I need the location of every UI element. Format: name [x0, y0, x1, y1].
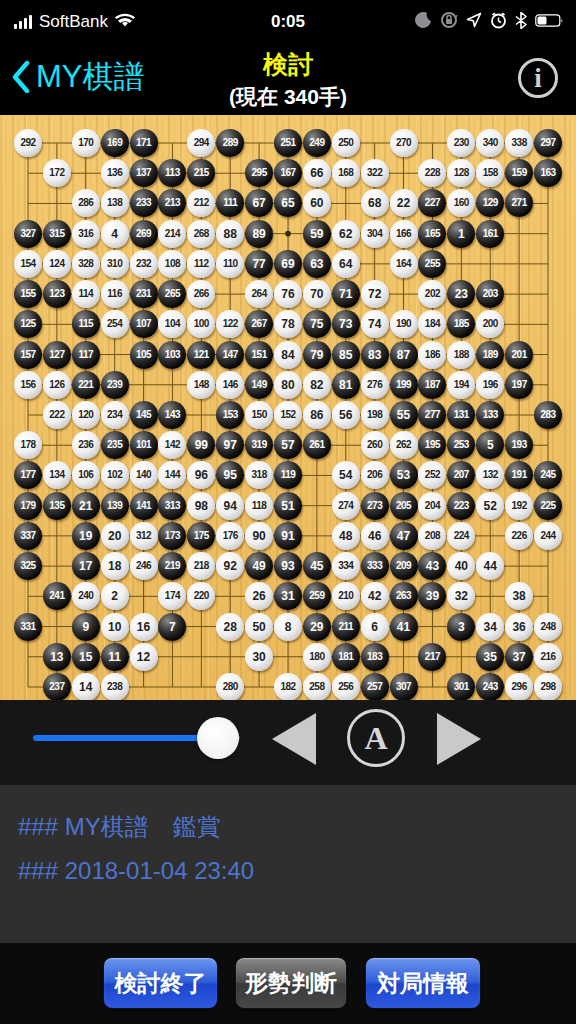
- stone-W188: 188: [447, 341, 475, 369]
- stone-B21: 21: [72, 492, 100, 520]
- stone-B11: 11: [101, 643, 129, 671]
- stone-B327: 327: [14, 220, 42, 248]
- stone-B179: 179: [14, 492, 42, 520]
- stone-B101: 101: [130, 431, 158, 459]
- stone-B199: 199: [390, 371, 418, 399]
- stone-B223: 223: [447, 492, 475, 520]
- stone-W190: 190: [390, 310, 418, 338]
- previous-move-button[interactable]: [272, 713, 316, 765]
- stone-W48: 48: [332, 522, 360, 550]
- stone-W236: 236: [72, 431, 100, 459]
- stone-B209: 209: [390, 552, 418, 580]
- comment-line-2: ### 2018-01-04 23:40: [18, 857, 254, 885]
- stone-B269: 269: [130, 220, 158, 248]
- stone-W20: 20: [101, 522, 129, 550]
- stone-B17: 17: [72, 552, 100, 580]
- stone-W154: 154: [14, 250, 42, 278]
- page-title: 検討: [0, 48, 576, 81]
- stone-B251: 251: [274, 129, 302, 157]
- stone-W82: 82: [303, 371, 331, 399]
- stone-W268: 268: [187, 220, 215, 248]
- stone-B51: 51: [274, 492, 302, 520]
- stone-B283: 283: [534, 401, 562, 429]
- stone-W8: 8: [274, 613, 302, 641]
- stone-W30: 30: [245, 643, 273, 671]
- stone-W194: 194: [447, 371, 475, 399]
- stone-W72: 72: [361, 280, 389, 308]
- autoplay-button[interactable]: A: [347, 709, 405, 767]
- stone-W136: 136: [101, 159, 129, 187]
- stone-B59: 59: [303, 220, 331, 248]
- stone-B121: 121: [187, 341, 215, 369]
- stone-B85: 85: [332, 341, 360, 369]
- stone-W170: 170: [72, 129, 100, 157]
- stone-B315: 315: [43, 220, 71, 248]
- stone-W192: 192: [505, 492, 533, 520]
- stone-B53: 53: [390, 461, 418, 489]
- stone-B139: 139: [101, 492, 129, 520]
- stone-W210: 210: [332, 582, 360, 610]
- stone-B145: 145: [130, 401, 158, 429]
- stone-W42: 42: [361, 582, 389, 610]
- stone-B29: 29: [303, 613, 331, 641]
- stone-B155: 155: [14, 280, 42, 308]
- stone-W256: 256: [332, 673, 360, 701]
- move-slider-thumb[interactable]: [197, 717, 239, 759]
- comment-line-1: ### MY棋譜 鑑賞: [18, 811, 221, 843]
- stone-W68: 68: [361, 189, 389, 217]
- stone-B81: 81: [332, 371, 360, 399]
- navigation-bar: MY棋譜 検討 (現在 340手) i: [0, 44, 576, 115]
- stone-W232: 232: [130, 250, 158, 278]
- stone-B19: 19: [72, 522, 100, 550]
- stone-B107: 107: [130, 310, 158, 338]
- stone-B103: 103: [158, 341, 186, 369]
- stone-B37: 37: [505, 643, 533, 671]
- stone-B141: 141: [130, 492, 158, 520]
- stone-B189: 189: [476, 341, 504, 369]
- stone-B297: 297: [534, 129, 562, 157]
- stone-W146: 146: [216, 371, 244, 399]
- comment-area[interactable]: ### MY棋譜 鑑賞 ### 2018-01-04 23:40: [0, 785, 576, 943]
- stone-W12: 12: [130, 643, 158, 671]
- stone-W254: 254: [101, 310, 129, 338]
- stone-B55: 55: [390, 401, 418, 429]
- stone-W56: 56: [332, 401, 360, 429]
- stone-W196: 196: [476, 371, 504, 399]
- stone-B183: 183: [361, 643, 389, 671]
- stone-W186: 186: [418, 341, 446, 369]
- stone-W52: 52: [476, 492, 504, 520]
- stone-B325: 325: [14, 552, 42, 580]
- stone-W102: 102: [101, 461, 129, 489]
- stone-B73: 73: [332, 310, 360, 338]
- stone-B233: 233: [130, 189, 158, 217]
- stone-W126: 126: [43, 371, 71, 399]
- stone-B91: 91: [274, 522, 302, 550]
- stone-B337: 337: [14, 522, 42, 550]
- stone-W244: 244: [534, 522, 562, 550]
- stone-W80: 80: [274, 371, 302, 399]
- stone-B127: 127: [43, 341, 71, 369]
- stone-W172: 172: [43, 159, 71, 187]
- stone-B93: 93: [274, 552, 302, 580]
- stone-W316: 316: [72, 220, 100, 248]
- stone-W90: 90: [245, 522, 273, 550]
- stone-W206: 206: [361, 461, 389, 489]
- stone-W66: 66: [303, 159, 331, 187]
- end-review-button[interactable]: 検討終了: [103, 957, 218, 1009]
- stone-B181: 181: [332, 643, 360, 671]
- stone-B331: 331: [14, 613, 42, 641]
- stone-W114: 114: [72, 280, 100, 308]
- stone-B261: 261: [303, 431, 331, 459]
- stone-B117: 117: [72, 341, 100, 369]
- stone-W260: 260: [361, 431, 389, 459]
- stone-W140: 140: [130, 461, 158, 489]
- stone-B235: 235: [101, 431, 129, 459]
- stone-B225: 225: [534, 492, 562, 520]
- stone-W152: 152: [274, 401, 302, 429]
- stone-B1: 1: [447, 220, 475, 248]
- stone-B147: 147: [216, 341, 244, 369]
- stone-W274: 274: [332, 492, 360, 520]
- footer-bar: 検討終了 形勢判断 対局情報: [0, 943, 576, 1024]
- stone-W116: 116: [101, 280, 129, 308]
- stone-W250: 250: [332, 129, 360, 157]
- stone-W74: 74: [361, 310, 389, 338]
- info-icon: i: [534, 63, 542, 94]
- bluetooth-icon: [515, 12, 527, 33]
- stone-W10: 10: [101, 613, 129, 641]
- stone-W222: 222: [43, 401, 71, 429]
- stone-B149: 149: [245, 371, 273, 399]
- stone-W76: 76: [274, 280, 302, 308]
- stone-B47: 47: [390, 522, 418, 550]
- stone-B211: 211: [332, 613, 360, 641]
- stone-B105: 105: [130, 341, 158, 369]
- stone-W310: 310: [101, 250, 129, 278]
- battery-icon: [535, 13, 564, 31]
- stone-W166: 166: [390, 220, 418, 248]
- stone-W180: 180: [303, 643, 331, 671]
- stone-B239: 239: [101, 371, 129, 399]
- stone-W110: 110: [216, 250, 244, 278]
- stone-B83: 83: [361, 341, 389, 369]
- stone-W234: 234: [101, 401, 129, 429]
- stone-W164: 164: [390, 250, 418, 278]
- stone-W118: 118: [245, 492, 273, 520]
- stone-B171: 171: [130, 129, 158, 157]
- info-button[interactable]: i: [518, 58, 558, 98]
- stone-B221: 221: [72, 371, 100, 399]
- stone-B3: 3: [447, 613, 475, 641]
- stone-B89: 89: [245, 220, 273, 248]
- stone-W296: 296: [505, 673, 533, 701]
- stone-W322: 322: [361, 159, 389, 187]
- stone-W334: 334: [332, 552, 360, 580]
- stone-B79: 79: [303, 341, 331, 369]
- stone-B63: 63: [303, 250, 331, 278]
- stone-B71: 71: [332, 280, 360, 308]
- stone-B157: 157: [14, 341, 42, 369]
- rotation-lock-icon: [440, 11, 458, 33]
- clock-label: 0:05: [271, 12, 305, 32]
- stone-W328: 328: [72, 250, 100, 278]
- stone-W292: 292: [14, 129, 42, 157]
- stone-W98: 98: [187, 492, 215, 520]
- stone-B307: 307: [390, 673, 418, 701]
- stone-B77: 77: [245, 250, 273, 278]
- stone-W262: 262: [390, 431, 418, 459]
- stone-W214: 214: [158, 220, 186, 248]
- stone-B9: 9: [72, 613, 100, 641]
- status-bar: SoftBank 0:05: [0, 0, 576, 44]
- stone-W4: 4: [101, 220, 129, 248]
- next-move-button[interactable]: [437, 713, 481, 765]
- stone-W2: 2: [101, 582, 129, 610]
- stone-W64: 64: [332, 250, 360, 278]
- stone-W120: 120: [72, 401, 100, 429]
- stone-W62: 62: [332, 220, 360, 248]
- stone-W248: 248: [534, 613, 562, 641]
- stone-W156: 156: [14, 371, 42, 399]
- stone-W216: 216: [534, 643, 562, 671]
- go-board[interactable]: 2921701691712942892512492502702303403382…: [0, 115, 576, 700]
- stone-B151: 151: [245, 341, 273, 369]
- stone-B237: 237: [43, 673, 71, 701]
- stone-B15: 15: [72, 643, 100, 671]
- stone-W18: 18: [101, 552, 129, 580]
- stone-B35: 35: [476, 643, 504, 671]
- stone-W16: 16: [130, 613, 158, 641]
- stone-B45: 45: [303, 552, 331, 580]
- stone-B257: 257: [361, 673, 389, 701]
- stone-B313: 313: [158, 492, 186, 520]
- stone-W14: 14: [72, 673, 100, 701]
- stone-W86: 86: [303, 401, 331, 429]
- stone-W312: 312: [130, 522, 158, 550]
- stone-W94: 94: [216, 492, 244, 520]
- stone-B205: 205: [390, 492, 418, 520]
- stone-W338: 338: [505, 129, 533, 157]
- stone-W276: 276: [361, 371, 389, 399]
- stone-B201: 201: [505, 341, 533, 369]
- stone-W50: 50: [245, 613, 273, 641]
- stone-B197: 197: [505, 371, 533, 399]
- stone-W34: 34: [476, 613, 504, 641]
- stone-B7: 7: [158, 613, 186, 641]
- stone-B13: 13: [43, 643, 71, 671]
- autoplay-a-icon: A: [364, 720, 387, 757]
- stone-W298: 298: [534, 673, 562, 701]
- stone-W226: 226: [505, 522, 533, 550]
- location-arrow-icon: [466, 12, 482, 32]
- stone-W28: 28: [216, 613, 244, 641]
- stone-W246: 246: [130, 552, 158, 580]
- stone-W176: 176: [216, 522, 244, 550]
- stone-W168: 168: [332, 159, 360, 187]
- stone-W138: 138: [101, 189, 129, 217]
- alarm-clock-icon: [490, 12, 507, 33]
- stone-B135: 135: [43, 492, 71, 520]
- stone-W124: 124: [43, 250, 71, 278]
- stone-W270: 270: [390, 129, 418, 157]
- stone-B165: 165: [418, 220, 446, 248]
- stone-W204: 204: [418, 492, 446, 520]
- stone-W182: 182: [274, 673, 302, 701]
- move-counter: (現在 340手): [0, 83, 576, 111]
- stone-W84: 84: [274, 341, 302, 369]
- stone-W70: 70: [303, 280, 331, 308]
- stone-B115: 115: [72, 310, 100, 338]
- stone-B169: 169: [101, 129, 129, 157]
- stone-W148: 148: [187, 371, 215, 399]
- stone-W238: 238: [101, 673, 129, 701]
- stone-W88: 88: [216, 220, 244, 248]
- stone-B263: 263: [390, 582, 418, 610]
- stone-B87: 87: [390, 341, 418, 369]
- stone-B333: 333: [361, 552, 389, 580]
- stone-B249: 249: [303, 129, 331, 157]
- stone-W150: 150: [245, 401, 273, 429]
- stone-B161: 161: [476, 220, 504, 248]
- position-judgement-button[interactable]: 形勢判断: [235, 957, 347, 1009]
- stone-B41: 41: [390, 613, 418, 641]
- stone-W258: 258: [303, 673, 331, 701]
- stone-W198: 198: [361, 401, 389, 429]
- stone-W6: 6: [361, 613, 389, 641]
- stone-B273: 273: [361, 492, 389, 520]
- moon-icon: [415, 12, 432, 33]
- stone-B69: 69: [274, 250, 302, 278]
- stone-B231: 231: [130, 280, 158, 308]
- stone-B137: 137: [130, 159, 158, 187]
- stone-W304: 304: [361, 220, 389, 248]
- stone-W22: 22: [390, 189, 418, 217]
- game-info-button[interactable]: 対局情報: [365, 957, 481, 1009]
- stone-W240: 240: [72, 582, 100, 610]
- stone-B123: 123: [43, 280, 71, 308]
- stone-W46: 46: [361, 522, 389, 550]
- stone-W36: 36: [505, 613, 533, 641]
